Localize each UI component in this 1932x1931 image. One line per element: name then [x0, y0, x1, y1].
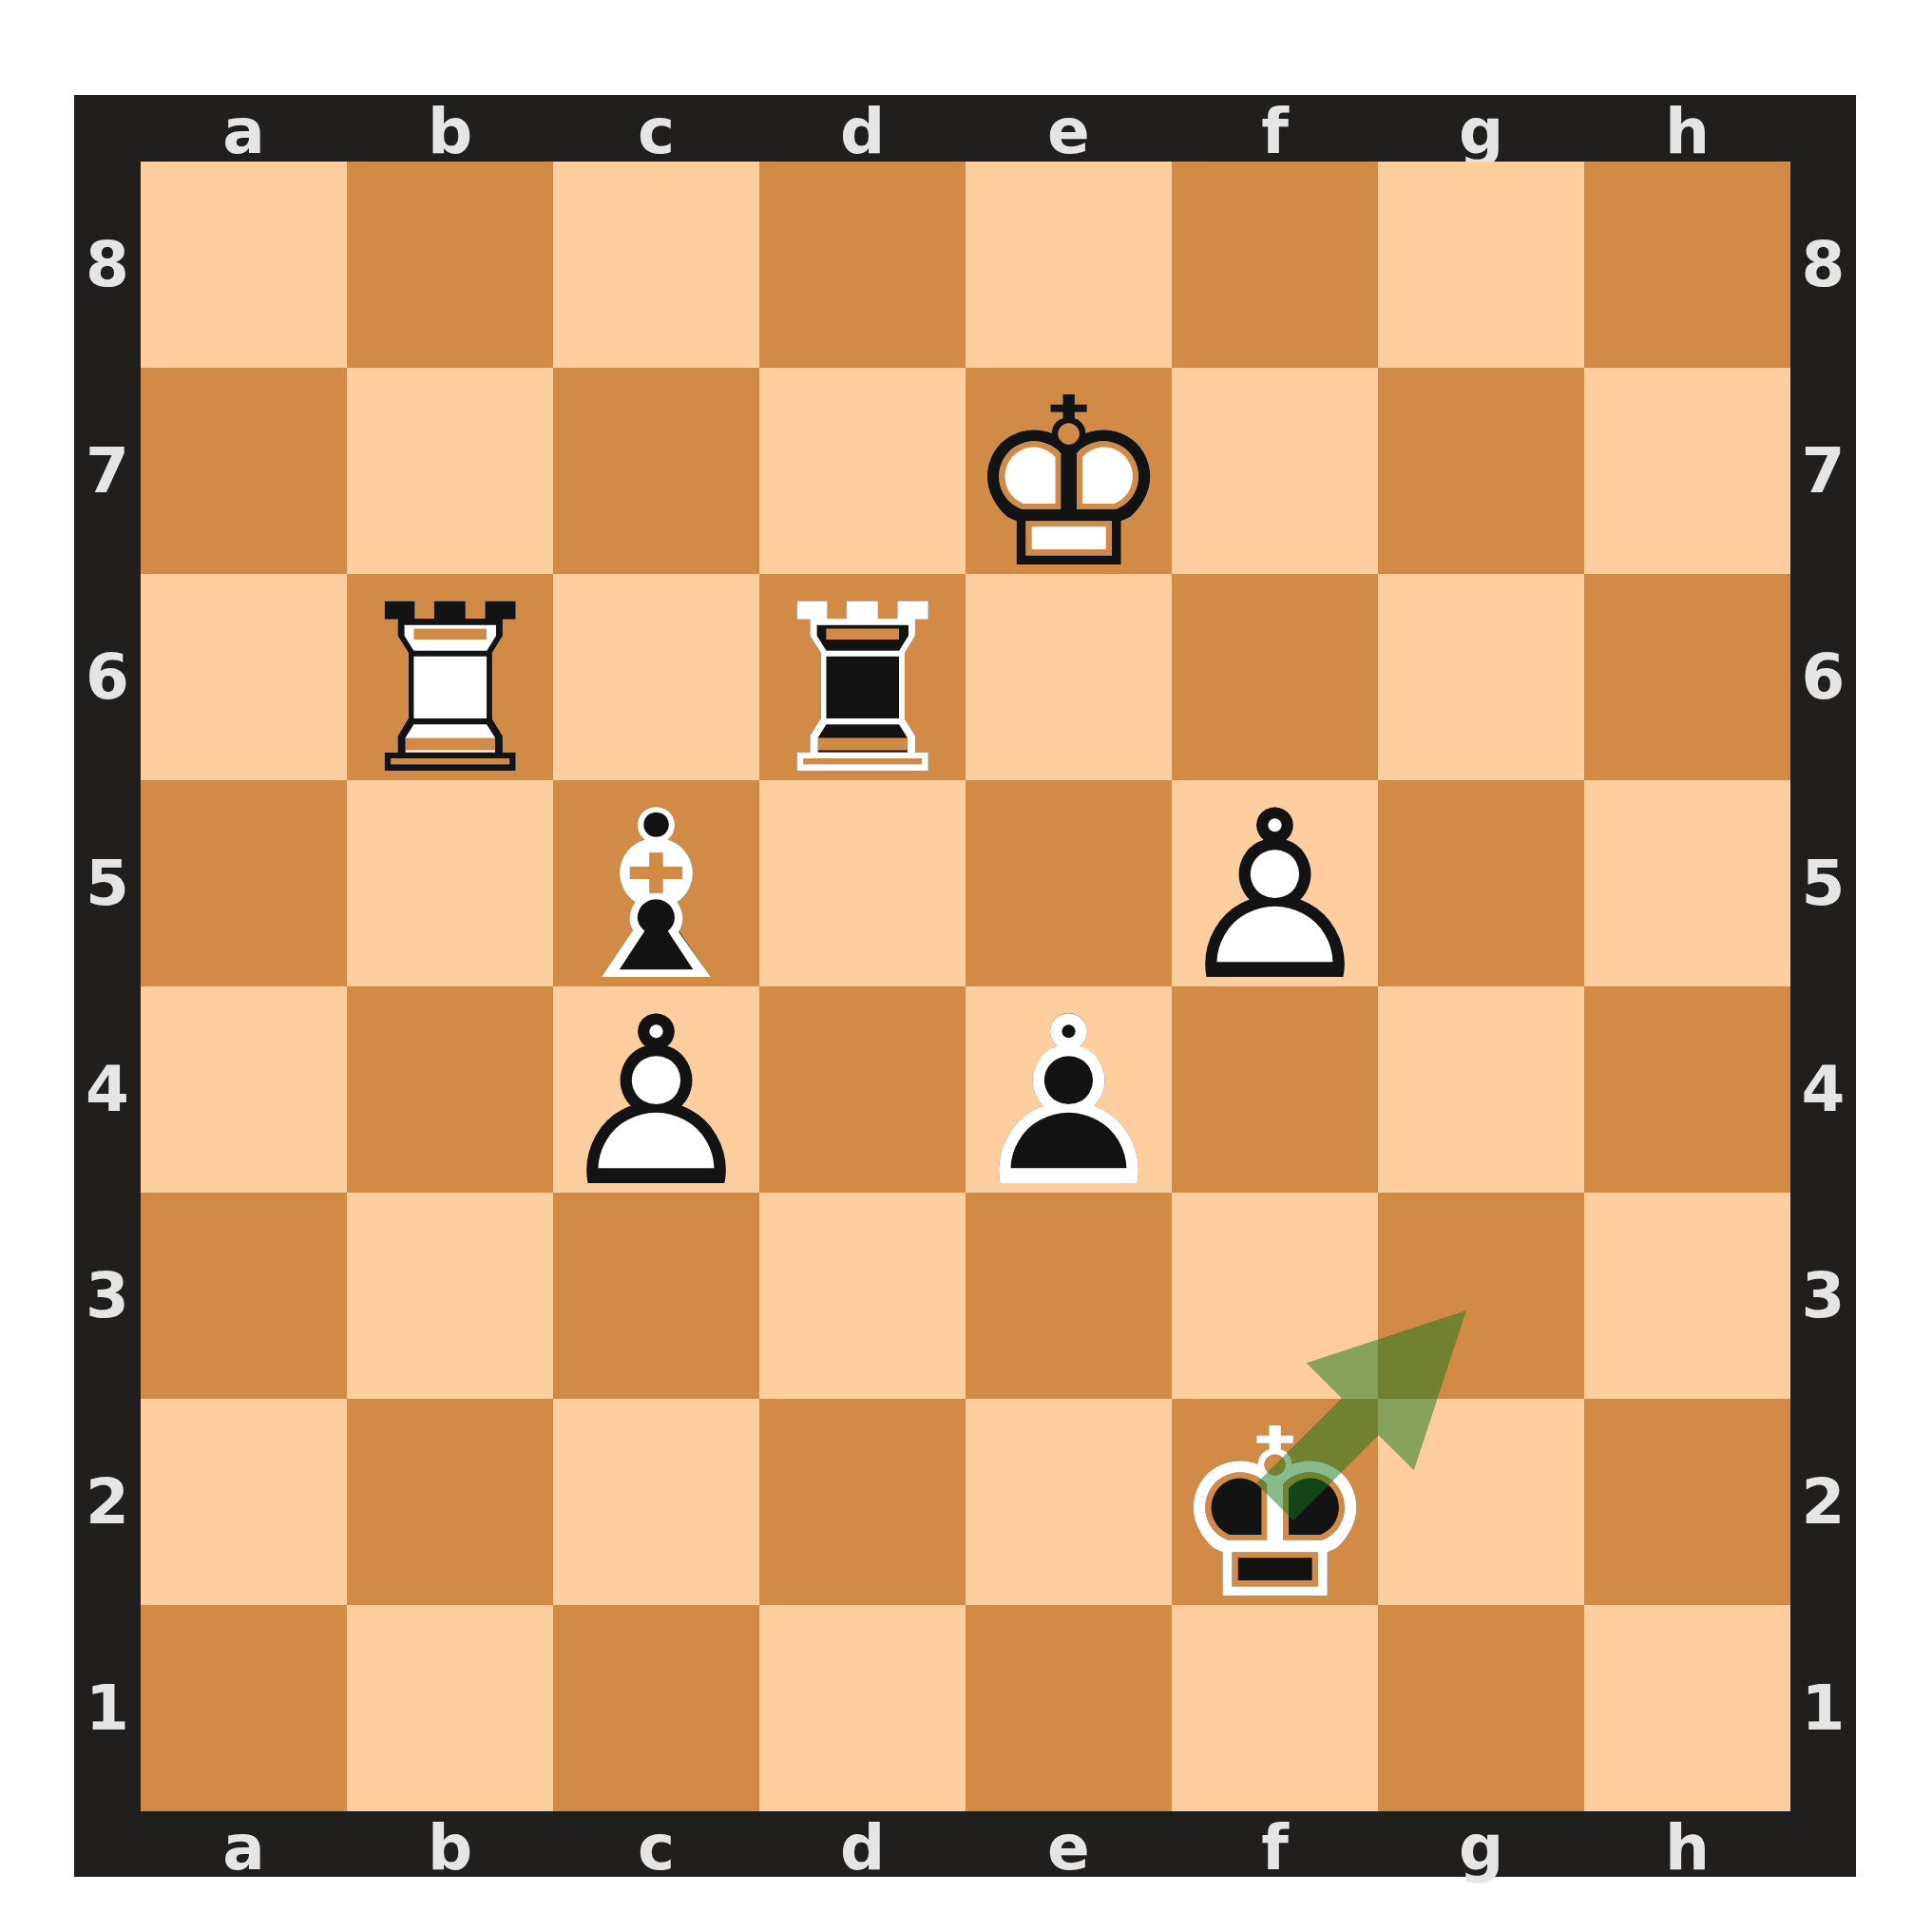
square-c2[interactable] [553, 1399, 759, 1605]
rank-label-5-left: 5 [74, 780, 141, 986]
black-rook-body: ♜ [759, 587, 966, 793]
piece-white-pawn[interactable]: ♟♙ [553, 986, 759, 1193]
square-a6[interactable] [141, 574, 347, 780]
board: ♚♔♜♖♜♖♝♗♟♙♟♙♟♙♚♔ [141, 162, 1790, 1811]
square-g5[interactable] [1378, 780, 1584, 986]
white-pawn-body: ♟ [1172, 793, 1378, 1000]
square-b5[interactable] [347, 780, 553, 986]
square-c6[interactable] [553, 574, 759, 780]
file-label-g-top: g [1378, 95, 1584, 168]
square-d3[interactable] [759, 1193, 966, 1399]
rank-label-2-right: 2 [1790, 1399, 1856, 1605]
white-pawn-detail: ♙ [553, 1000, 759, 1206]
file-label-d-top: d [759, 95, 966, 168]
square-h7[interactable] [1584, 368, 1790, 574]
file-label-b-top: b [347, 95, 553, 168]
square-g4[interactable] [1378, 986, 1584, 1193]
black-rook-detail: ♖ [759, 587, 966, 793]
rank-label-1-right: 1 [1790, 1605, 1856, 1811]
piece-white-rook[interactable]: ♜♖ [347, 574, 553, 780]
square-c5[interactable]: ♝♗ [553, 780, 759, 986]
rank-labels-left: 87654321 [74, 162, 141, 1811]
piece-white-pawn[interactable]: ♟♙ [1172, 780, 1378, 986]
rank-label-4-left: 4 [74, 986, 141, 1193]
piece-black-bishop[interactable]: ♝♗ [553, 780, 759, 986]
square-g6[interactable] [1378, 574, 1584, 780]
square-a5[interactable] [141, 780, 347, 986]
square-a8[interactable] [141, 162, 347, 368]
rank-label-3-right: 3 [1790, 1193, 1856, 1399]
square-b8[interactable] [347, 162, 553, 368]
square-g2[interactable] [1378, 1399, 1584, 1605]
file-label-e-bottom: e [966, 1811, 1172, 1884]
black-king-detail: ♔ [1172, 1412, 1378, 1618]
piece-black-pawn[interactable]: ♟♙ [966, 986, 1172, 1193]
file-label-a-top: a [141, 95, 347, 168]
square-c1[interactable] [553, 1605, 759, 1811]
square-f5[interactable]: ♟♙ [1172, 780, 1378, 986]
rank-label-6-left: 6 [74, 574, 141, 780]
square-a4[interactable] [141, 986, 347, 1193]
square-e4[interactable]: ♟♙ [966, 986, 1172, 1193]
square-b1[interactable] [347, 1605, 553, 1811]
square-d1[interactable] [759, 1605, 966, 1811]
rank-label-5-right: 5 [1790, 780, 1856, 986]
file-label-b-bottom: b [347, 1811, 553, 1884]
file-label-g-bottom: g [1378, 1811, 1584, 1884]
square-b3[interactable] [347, 1193, 553, 1399]
square-h3[interactable] [1584, 1193, 1790, 1399]
square-c8[interactable] [553, 162, 759, 368]
square-b7[interactable] [347, 368, 553, 574]
piece-black-king[interactable]: ♚♔ [1172, 1399, 1378, 1605]
square-h4[interactable] [1584, 986, 1790, 1193]
square-g3[interactable] [1378, 1193, 1584, 1399]
file-labels-bottom: abcdefgh [141, 1811, 1790, 1877]
chess-board-frame: abcdefgh abcdefgh 87654321 87654321 ♚♔♜♖… [74, 95, 1856, 1877]
rank-label-6-right: 6 [1790, 574, 1856, 780]
square-e7[interactable]: ♚♔ [966, 368, 1172, 574]
square-f7[interactable] [1172, 368, 1378, 574]
square-a3[interactable] [141, 1193, 347, 1399]
square-c4[interactable]: ♟♙ [553, 986, 759, 1193]
file-label-h-top: h [1584, 95, 1790, 168]
rank-label-7-right: 7 [1790, 368, 1856, 574]
file-label-c-top: c [553, 95, 759, 168]
square-d2[interactable] [759, 1399, 966, 1605]
file-label-a-bottom: a [141, 1811, 347, 1884]
piece-black-rook[interactable]: ♜♖ [759, 574, 966, 780]
white-pawn-detail: ♙ [1172, 793, 1378, 1000]
file-labels-top: abcdefgh [141, 95, 1790, 162]
white-king-body: ♚ [966, 381, 1172, 587]
file-label-f-bottom: f [1172, 1811, 1378, 1884]
square-b2[interactable] [347, 1399, 553, 1605]
rank-label-2-left: 2 [74, 1399, 141, 1605]
file-label-h-bottom: h [1584, 1811, 1790, 1884]
black-pawn-body: ♟ [966, 1000, 1172, 1206]
square-c3[interactable] [553, 1193, 759, 1399]
square-f2[interactable]: ♚♔ [1172, 1399, 1378, 1605]
white-rook-detail: ♖ [347, 587, 553, 793]
file-label-c-bottom: c [553, 1811, 759, 1884]
square-e2[interactable] [966, 1399, 1172, 1605]
file-label-d-bottom: d [759, 1811, 966, 1884]
black-pawn-detail: ♙ [966, 1000, 1172, 1206]
black-king-body: ♚ [1172, 1412, 1378, 1618]
rank-label-8-left: 8 [74, 162, 141, 368]
square-e3[interactable] [966, 1193, 1172, 1399]
square-a7[interactable] [141, 368, 347, 574]
file-label-e-top: e [966, 95, 1172, 168]
square-h5[interactable] [1584, 780, 1790, 986]
square-g1[interactable] [1378, 1605, 1584, 1811]
square-d8[interactable] [759, 162, 966, 368]
square-e1[interactable] [966, 1605, 1172, 1811]
square-b6[interactable]: ♜♖ [347, 574, 553, 780]
square-g7[interactable] [1378, 368, 1584, 574]
square-h1[interactable] [1584, 1605, 1790, 1811]
square-h8[interactable] [1584, 162, 1790, 368]
white-rook-body: ♜ [347, 587, 553, 793]
file-label-f-top: f [1172, 95, 1378, 168]
square-a1[interactable] [141, 1605, 347, 1811]
black-bishop-detail: ♗ [553, 793, 759, 1000]
square-c7[interactable] [553, 368, 759, 574]
piece-white-king[interactable]: ♚♔ [966, 368, 1172, 574]
page: abcdefgh abcdefgh 87654321 87654321 ♚♔♜♖… [0, 0, 1932, 1931]
square-f8[interactable] [1172, 162, 1378, 368]
square-f1[interactable] [1172, 1605, 1378, 1811]
square-d7[interactable] [759, 368, 966, 574]
square-e8[interactable] [966, 162, 1172, 368]
square-e5[interactable] [966, 780, 1172, 986]
square-g8[interactable] [1378, 162, 1584, 368]
rank-label-1-left: 1 [74, 1605, 141, 1811]
square-h6[interactable] [1584, 574, 1790, 780]
square-f6[interactable] [1172, 574, 1378, 780]
square-d6[interactable]: ♜♖ [759, 574, 966, 780]
square-d5[interactable] [759, 780, 966, 986]
square-d4[interactable] [759, 986, 966, 1193]
square-h2[interactable] [1584, 1399, 1790, 1605]
square-b4[interactable] [347, 986, 553, 1193]
rank-label-3-left: 3 [74, 1193, 141, 1399]
white-king-detail: ♔ [966, 381, 1172, 587]
rank-label-4-right: 4 [1790, 986, 1856, 1193]
rank-label-7-left: 7 [74, 368, 141, 574]
square-f4[interactable] [1172, 986, 1378, 1193]
rank-label-8-right: 8 [1790, 162, 1856, 368]
rank-labels-right: 87654321 [1790, 162, 1856, 1811]
black-bishop-body: ♝ [553, 793, 759, 1000]
white-pawn-body: ♟ [553, 1000, 759, 1206]
square-f3[interactable] [1172, 1193, 1378, 1399]
square-a2[interactable] [141, 1399, 347, 1605]
square-e6[interactable] [966, 574, 1172, 780]
